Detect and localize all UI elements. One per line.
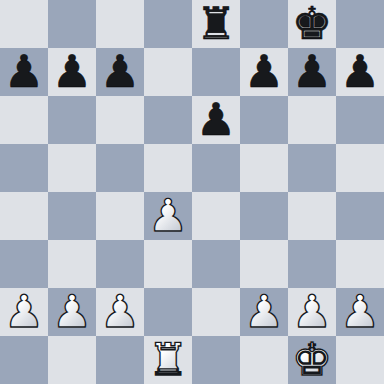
square-h6[interactable] — [336, 96, 384, 144]
square-h2[interactable]: ♟ — [336, 288, 384, 336]
square-d6[interactable] — [144, 96, 192, 144]
square-g2[interactable]: ♟ — [288, 288, 336, 336]
square-a7[interactable]: ♟ — [0, 48, 48, 96]
square-e4[interactable] — [192, 192, 240, 240]
square-h8[interactable] — [336, 0, 384, 48]
square-e8[interactable]: ♜ — [192, 0, 240, 48]
square-h4[interactable] — [336, 192, 384, 240]
black-pawn[interactable]: ♟ — [244, 49, 284, 94]
square-h7[interactable]: ♟ — [336, 48, 384, 96]
square-e2[interactable] — [192, 288, 240, 336]
square-b1[interactable] — [48, 336, 96, 384]
square-c2[interactable]: ♟ — [96, 288, 144, 336]
square-c5[interactable] — [96, 144, 144, 192]
square-c8[interactable] — [96, 0, 144, 48]
square-c3[interactable] — [96, 240, 144, 288]
square-b3[interactable] — [48, 240, 96, 288]
square-g1[interactable]: ♚ — [288, 336, 336, 384]
square-g3[interactable] — [288, 240, 336, 288]
white-pawn[interactable]: ♟ — [4, 289, 44, 334]
white-pawn[interactable]: ♟ — [292, 289, 332, 334]
white-pawn[interactable]: ♟ — [100, 289, 140, 334]
square-e1[interactable] — [192, 336, 240, 384]
black-pawn[interactable]: ♟ — [292, 49, 332, 94]
white-pawn[interactable]: ♟ — [340, 289, 380, 334]
black-pawn[interactable]: ♟ — [340, 49, 380, 94]
square-d5[interactable] — [144, 144, 192, 192]
square-c7[interactable]: ♟ — [96, 48, 144, 96]
square-b7[interactable]: ♟ — [48, 48, 96, 96]
square-a5[interactable] — [0, 144, 48, 192]
square-c1[interactable] — [96, 336, 144, 384]
square-g5[interactable] — [288, 144, 336, 192]
square-c6[interactable] — [96, 96, 144, 144]
black-pawn[interactable]: ♟ — [52, 49, 92, 94]
chess-board: ♜♚♟♟♟♟♟♟♟♟♟♟♟♟♟♟♜♚ — [0, 0, 384, 384]
square-e3[interactable] — [192, 240, 240, 288]
square-f5[interactable] — [240, 144, 288, 192]
square-c4[interactable] — [96, 192, 144, 240]
square-f2[interactable]: ♟ — [240, 288, 288, 336]
square-b5[interactable] — [48, 144, 96, 192]
square-f4[interactable] — [240, 192, 288, 240]
square-d2[interactable] — [144, 288, 192, 336]
black-king[interactable]: ♚ — [292, 1, 332, 46]
square-f8[interactable] — [240, 0, 288, 48]
square-a2[interactable]: ♟ — [0, 288, 48, 336]
square-f1[interactable] — [240, 336, 288, 384]
white-pawn[interactable]: ♟ — [52, 289, 92, 334]
black-rook[interactable]: ♜ — [196, 1, 236, 46]
square-b8[interactable] — [48, 0, 96, 48]
square-b6[interactable] — [48, 96, 96, 144]
black-pawn[interactable]: ♟ — [196, 97, 236, 142]
square-d3[interactable] — [144, 240, 192, 288]
square-a6[interactable] — [0, 96, 48, 144]
white-pawn[interactable]: ♟ — [148, 193, 188, 238]
square-g4[interactable] — [288, 192, 336, 240]
white-rook[interactable]: ♜ — [148, 337, 188, 382]
square-g7[interactable]: ♟ — [288, 48, 336, 96]
black-pawn[interactable]: ♟ — [100, 49, 140, 94]
square-h3[interactable] — [336, 240, 384, 288]
square-d4[interactable]: ♟ — [144, 192, 192, 240]
square-g6[interactable] — [288, 96, 336, 144]
square-h5[interactable] — [336, 144, 384, 192]
square-f3[interactable] — [240, 240, 288, 288]
square-e7[interactable] — [192, 48, 240, 96]
square-d7[interactable] — [144, 48, 192, 96]
square-g8[interactable]: ♚ — [288, 0, 336, 48]
square-d1[interactable]: ♜ — [144, 336, 192, 384]
square-b2[interactable]: ♟ — [48, 288, 96, 336]
white-king[interactable]: ♚ — [292, 337, 332, 382]
square-a8[interactable] — [0, 0, 48, 48]
square-h1[interactable] — [336, 336, 384, 384]
white-pawn[interactable]: ♟ — [244, 289, 284, 334]
square-f7[interactable]: ♟ — [240, 48, 288, 96]
square-a1[interactable] — [0, 336, 48, 384]
black-pawn[interactable]: ♟ — [4, 49, 44, 94]
square-e6[interactable]: ♟ — [192, 96, 240, 144]
square-b4[interactable] — [48, 192, 96, 240]
square-a3[interactable] — [0, 240, 48, 288]
square-e5[interactable] — [192, 144, 240, 192]
square-a4[interactable] — [0, 192, 48, 240]
square-f6[interactable] — [240, 96, 288, 144]
square-d8[interactable] — [144, 0, 192, 48]
